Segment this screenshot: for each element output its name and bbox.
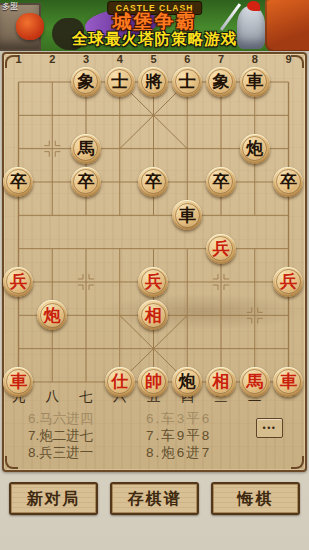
piece-black-r3c8[interactable]: 卒 [273,167,303,197]
ad-banner[interactable]: 多盟 CASTLE CLASH 城堡争霸 全球最火塔防策略游戏 [0,0,309,51]
piece-red-r9c8[interactable]: 車 [273,367,303,397]
xiangqi-board[interactable]: 象士將士象車馬炮卒卒卒卒卒車兵兵兵兵炮相車仕帥炮相馬車 [2,65,306,398]
piece-black-r2c2[interactable]: 馬 [71,134,101,164]
ad-network-watermark: 多盟 [2,1,18,12]
piece-black-r3c4[interactable]: 卒 [138,167,168,197]
piece-black-r0c6[interactable]: 象 [206,67,236,97]
piece-black-r0c3[interactable]: 士 [105,67,135,97]
piece-black-r2c7[interactable]: 炮 [240,134,270,164]
action-button-bar: 新对局存棋谱悔棋 [0,482,309,515]
banner-art-mech [265,0,309,51]
piece-red-r9c7[interactable]: 馬 [240,367,270,397]
red-move: 6.马六进四 [28,412,146,428]
black-move: 6.车3平6 [146,412,211,428]
piece-black-r3c0[interactable]: 卒 [3,167,33,197]
move-row: 6.马六进四6.车3平6 [28,412,252,427]
piece-black-r0c7[interactable]: 車 [240,67,270,97]
save-record-button[interactable]: 存棋谱 [110,482,199,515]
piece-red-r6c0[interactable]: 兵 [3,267,33,297]
piece-black-r4c5[interactable]: 車 [172,200,202,230]
red-move: 7.炮二进七 [28,427,146,445]
piece-red-r5c6[interactable]: 兵 [206,234,236,264]
piece-black-r0c4[interactable]: 將 [138,67,168,97]
piece-red-r6c8[interactable]: 兵 [273,267,303,297]
move-list: 6.马六进四6.车3平67.炮二进七7.车9平88.兵三进一8.炮6进7 [28,412,252,465]
piece-black-r0c2[interactable]: 象 [71,67,101,97]
banner-art-plume [247,1,260,11]
xiangqi-board-panel: 123456789 九八七六五四三二一 象士將士象車馬炮卒卒卒卒卒車兵兵兵兵炮相… [2,52,307,472]
ad-subtitle: 全球最火塔防策略游戏 [72,29,237,50]
piece-red-r6c4[interactable]: 兵 [138,267,168,297]
piece-red-r7c4[interactable]: 相 [138,300,168,330]
piece-red-r7c1[interactable]: 炮 [37,300,67,330]
new-game-button[interactable]: 新对局 [9,482,98,515]
piece-black-r3c2[interactable]: 卒 [71,167,101,197]
piece-black-r9c5[interactable]: 炮 [172,367,202,397]
piece-black-r3c6[interactable]: 卒 [206,167,236,197]
move-row: 8.兵三进一8.炮6进7 [28,445,252,462]
app-screen: 多盟 CASTLE CLASH 城堡争霸 全球最火塔防策略游戏 12345678… [0,0,309,550]
red-move: 8.兵三进一 [28,444,146,462]
banner-art-demon [16,13,44,40]
piece-red-r9c4[interactable]: 帥 [138,367,168,397]
banner-art-knight [237,6,265,49]
black-move: 7.车9平8 [146,427,211,445]
piece-red-r9c6[interactable]: 相 [206,367,236,397]
undo-move-button[interactable]: 悔棋 [211,482,300,515]
piece-red-r9c0[interactable]: 車 [3,367,33,397]
piece-red-r9c3[interactable]: 仕 [105,367,135,397]
piece-black-r0c5[interactable]: 士 [172,67,202,97]
more-moves-button[interactable]: ••• [256,418,283,438]
black-move: 8.炮6进7 [146,444,211,462]
move-row: 7.炮二进七7.车9平8 [28,427,252,444]
